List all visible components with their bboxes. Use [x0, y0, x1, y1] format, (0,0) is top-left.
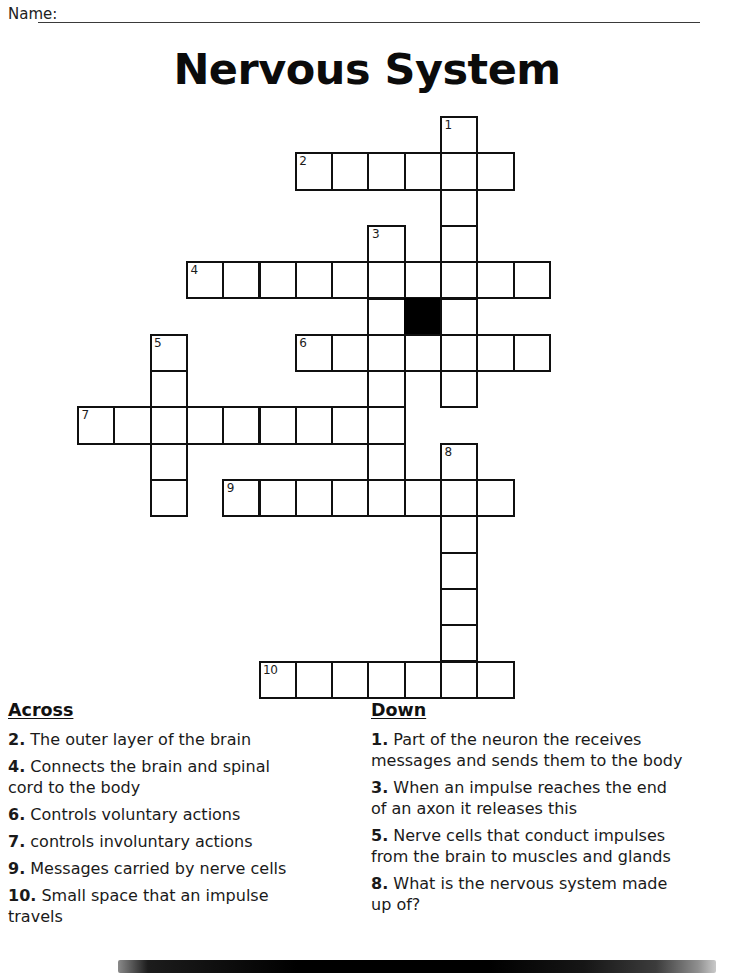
grid-cell[interactable]	[476, 261, 514, 299]
grid-cell[interactable]	[404, 334, 442, 372]
grid-cell[interactable]	[404, 261, 442, 299]
clue-item: 5. Nerve cells that conduct impulses fro…	[371, 825, 723, 867]
clue-item-text: What is the nervous system made up of?	[371, 874, 667, 914]
clue-item-number: 4.	[8, 757, 25, 776]
grid-cell[interactable]: 4	[186, 261, 224, 299]
grid-cell[interactable]	[440, 298, 478, 336]
clue-number: 5	[154, 337, 161, 350]
grid-cell[interactable]: 7	[77, 406, 115, 444]
clue-number: 1	[445, 119, 452, 132]
grid-cell[interactable]	[404, 152, 442, 190]
grid-cell[interactable]	[186, 406, 224, 444]
grid-cell[interactable]	[259, 406, 297, 444]
clue-number: 8	[445, 446, 452, 459]
grid-cell[interactable]	[331, 261, 369, 299]
grid-cell[interactable]: 9	[222, 479, 260, 517]
grid-cell[interactable]	[440, 479, 478, 517]
grid-cell[interactable]	[367, 334, 405, 372]
clue-item-number: 3.	[371, 778, 388, 797]
clue-item: 8. What is the nervous system made up of…	[371, 873, 723, 915]
clue-item-number: 9.	[8, 859, 25, 878]
grid-cell[interactable]	[331, 334, 369, 372]
clue-item-number: 8.	[371, 874, 388, 893]
grid-cell[interactable]	[113, 406, 151, 444]
grid-cell[interactable]: 1	[440, 116, 478, 154]
clue-item: 7. controls involuntary actions	[8, 831, 320, 852]
grid-cell[interactable]: 6	[295, 334, 333, 372]
clue-number: 9	[227, 482, 234, 495]
clue-item-number: 10.	[8, 886, 36, 905]
grid-cell[interactable]	[440, 552, 478, 590]
grid-cell[interactable]	[295, 479, 333, 517]
clue-number: 6	[299, 337, 306, 350]
grid-cell[interactable]	[440, 334, 478, 372]
clue-item-text: controls involuntary actions	[25, 832, 252, 851]
clue-item: 9. Messages carried by nerve cells	[8, 858, 320, 879]
grid-cell[interactable]	[476, 334, 514, 372]
grid-cell[interactable]	[440, 588, 478, 626]
grid-cell[interactable]	[150, 443, 188, 481]
grid-cell[interactable]: 2	[295, 152, 333, 190]
clue-item-text: Messages carried by nerve cells	[25, 859, 286, 878]
clue-item-text: Nerve cells that conduct impulses from t…	[371, 826, 671, 866]
grid-cell[interactable]	[331, 661, 369, 699]
grid-cell[interactable]: 10	[259, 661, 297, 699]
clue-item-number: 1.	[371, 730, 388, 749]
crossword-grid: 12345678910	[78, 117, 551, 700]
down-clue-list: 1. Part of the neuron the receives messa…	[371, 729, 723, 915]
clue-item-number: 5.	[371, 826, 388, 845]
clue-item: 10. Small space that an impulse travels	[8, 885, 320, 927]
grid-cell[interactable]	[404, 479, 442, 517]
clue-item-number: 7.	[8, 832, 25, 851]
grid-cell[interactable]	[440, 152, 478, 190]
clue-number: 7	[82, 409, 89, 422]
grid-cell[interactable]	[367, 406, 405, 444]
clue-item: 2. The outer layer of the brain	[8, 729, 320, 750]
clue-item-text: When an impulse reaches the end of an ax…	[371, 778, 667, 818]
across-clue-list: 2. The outer layer of the brain4. Connec…	[8, 729, 320, 927]
grid-cell[interactable]	[440, 370, 478, 408]
grid-cell[interactable]	[222, 261, 260, 299]
grid-cell[interactable]	[513, 261, 551, 299]
clue-item-number: 2.	[8, 730, 25, 749]
grid-cell[interactable]	[367, 298, 405, 336]
clue-item-text: Part of the neuron the receives messages…	[371, 730, 682, 770]
grid-cell[interactable]	[222, 406, 260, 444]
scan-shadow-artifact	[118, 960, 716, 973]
grid-cell[interactable]	[367, 661, 405, 699]
grid-cell[interactable]	[295, 661, 333, 699]
clue-item-text: Small space that an impulse travels	[8, 886, 269, 926]
grid-cell[interactable]: 8	[440, 443, 478, 481]
clue-item-text: The outer layer of the brain	[25, 730, 251, 749]
across-heading: Across	[8, 700, 320, 720]
down-heading: Down	[371, 700, 723, 720]
page-title: Nervous System	[0, 46, 734, 93]
grid-cell[interactable]	[150, 370, 188, 408]
grid-cell[interactable]	[440, 225, 478, 263]
grid-cell[interactable]	[259, 479, 297, 517]
clue-number: 2	[299, 155, 306, 168]
grid-cell[interactable]	[367, 370, 405, 408]
grid-cell[interactable]	[476, 152, 514, 190]
grid-cell[interactable]	[150, 479, 188, 517]
grid-cell[interactable]	[440, 261, 478, 299]
grid-cell[interactable]	[150, 406, 188, 444]
grid-cell[interactable]	[259, 261, 297, 299]
grid-cell[interactable]	[367, 261, 405, 299]
grid-cell[interactable]	[295, 406, 333, 444]
clue-item-text: Connects the brain and spinal cord to th…	[8, 757, 270, 797]
down-clues-section: Down 1. Part of the neuron the receives …	[371, 700, 723, 921]
grid-cell[interactable]: 3	[367, 225, 405, 263]
across-clues-section: Across 2. The outer layer of the brain4.…	[8, 700, 320, 933]
name-blank-line	[38, 22, 700, 23]
grid-cell[interactable]	[476, 661, 514, 699]
grid-cell[interactable]	[476, 479, 514, 517]
clue-item: 4. Connects the brain and spinal cord to…	[8, 756, 320, 798]
grid-cell[interactable]	[367, 479, 405, 517]
clue-item-text: Controls voluntary actions	[25, 805, 240, 824]
name-label: Name:	[8, 5, 57, 23]
grid-cell[interactable]	[440, 515, 478, 553]
clue-number: 4	[190, 264, 197, 277]
grid-cell[interactable]	[367, 443, 405, 481]
grid-cell[interactable]	[440, 624, 478, 662]
grid-cell[interactable]	[367, 152, 405, 190]
grid-cell[interactable]	[513, 334, 551, 372]
grid-cell[interactable]	[295, 261, 333, 299]
grid-cell[interactable]	[440, 661, 478, 699]
clue-item-number: 6.	[8, 805, 25, 824]
clue-number: 3	[372, 228, 379, 241]
grid-cell[interactable]: 5	[150, 334, 188, 372]
black-cell	[404, 298, 442, 336]
grid-cell[interactable]	[440, 189, 478, 227]
grid-cell[interactable]	[331, 406, 369, 444]
clue-item: 1. Part of the neuron the receives messa…	[371, 729, 723, 771]
clue-item: 6. Controls voluntary actions	[8, 804, 320, 825]
clue-item: 3. When an impulse reaches the end of an…	[371, 777, 723, 819]
grid-cell[interactable]	[404, 661, 442, 699]
clue-number: 10	[263, 664, 277, 677]
grid-cell[interactable]	[331, 479, 369, 517]
grid-cell[interactable]	[331, 152, 369, 190]
